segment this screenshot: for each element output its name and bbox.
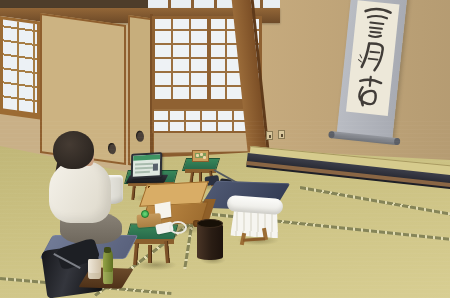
green-tea-bottle <box>103 250 113 284</box>
shoji-panel-left <box>0 16 40 118</box>
laptop-ui <box>133 154 160 176</box>
laptop-ui-line <box>135 171 150 174</box>
charging-cable <box>169 221 187 234</box>
bottle-cap <box>104 247 111 253</box>
shoji-mullion <box>207 19 211 99</box>
photo-shogi-room: 歩歩歩歩歩歩歩歩歩歩歩歩歩歩歩歩歩歩歩歩歩歩歩歩 <box>0 0 450 298</box>
clock-button <box>141 210 149 218</box>
calligraphy-strokes <box>346 0 399 116</box>
scroll-paper <box>346 0 399 116</box>
paper-cup <box>88 259 101 279</box>
wall-outlet <box>266 131 273 140</box>
wastebasket-opening <box>197 219 223 228</box>
captured-piece <box>196 154 199 157</box>
board-cell <box>148 186 149 187</box>
fusuma-pull <box>108 143 116 155</box>
wall-outlet <box>278 130 285 139</box>
laptop-screen <box>131 152 162 179</box>
captured-piece <box>203 156 206 159</box>
player-hair <box>53 131 94 169</box>
table-leg <box>148 245 152 263</box>
komadai-piece-stand <box>192 150 209 162</box>
laptop-ui-panel <box>153 163 158 170</box>
laptop-ui-line <box>135 163 153 166</box>
laptop-ui-header <box>133 154 160 160</box>
shogi-board: 歩歩歩歩歩歩歩歩歩歩歩歩歩歩歩歩歩歩歩歩歩歩歩歩 <box>139 181 209 207</box>
player-body <box>49 161 111 223</box>
fusuma-pull <box>136 130 144 142</box>
shogi-board-grid: 歩歩歩歩歩歩歩歩歩歩歩歩歩歩歩歩歩歩歩歩歩歩歩歩 <box>142 183 206 204</box>
